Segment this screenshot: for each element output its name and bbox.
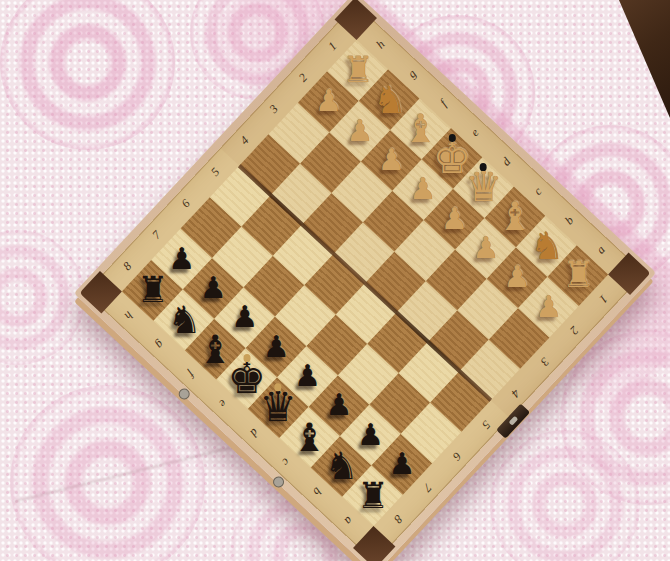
black-rook-glyph: ♜ xyxy=(136,272,168,308)
white-knight-glyph: ♞ xyxy=(372,81,406,119)
rank-label-6-near-edge: 6 xyxy=(449,449,464,464)
rank-label-7-far-edge: 7 xyxy=(149,228,164,243)
black-bishop-glyph: ♝ xyxy=(292,418,327,457)
white-pawn-glyph: ♟ xyxy=(535,292,562,322)
rank-label-4-far-edge: 4 xyxy=(237,134,252,149)
rank-label-5-near-edge: 5 xyxy=(478,418,493,433)
black-pawn-glyph: ♟ xyxy=(325,391,352,421)
photo-of-chess-set: ♜♞♝♛♚♝♞♜♟♟♟♟♟♟♟♟♟♟♟♟♟♟♟♟♜♞♝♛♚♝♞♜ aabbccd… xyxy=(0,0,670,561)
rank-label-5-far-edge: 5 xyxy=(208,165,223,180)
black-knight-glyph: ♞ xyxy=(167,301,201,339)
file-label-h-black-side: h xyxy=(121,308,136,323)
rank-label-8-near-edge: 8 xyxy=(390,512,405,527)
white-pawn-glyph: ♟ xyxy=(315,87,342,117)
black-pawn-glyph: ♟ xyxy=(357,420,384,450)
white-knight-glyph: ♞ xyxy=(529,227,563,265)
white-pawn-glyph: ♟ xyxy=(409,175,436,205)
rank-label-2-near-edge: 2 xyxy=(566,323,581,338)
white-pawn-glyph: ♟ xyxy=(503,263,530,293)
rank-label-6-far-edge: 6 xyxy=(178,197,193,212)
file-label-a-black-side: a xyxy=(341,514,356,529)
white-rook-glyph: ♜ xyxy=(562,258,594,294)
file-label-b-black-side: b xyxy=(310,484,325,499)
black-pawn-glyph: ♟ xyxy=(388,449,415,479)
black-pawn-glyph: ♟ xyxy=(231,303,258,333)
file-label-f-white-side: f xyxy=(437,97,450,110)
rank-label-8-far-edge: 8 xyxy=(120,260,135,275)
white-pawn-glyph: ♟ xyxy=(441,204,468,234)
black-pawn-glyph: ♟ xyxy=(294,361,321,391)
rank-label-1-near-edge: 1 xyxy=(595,292,610,307)
white-rook-glyph: ♜ xyxy=(341,52,373,88)
rank-label-3-far-edge: 3 xyxy=(266,102,281,117)
white-bishop-glyph: ♝ xyxy=(497,197,532,236)
file-label-f-black-side: f xyxy=(185,368,198,381)
black-pawn-glyph: ♟ xyxy=(263,332,290,362)
rank-label-1-far-edge: 1 xyxy=(325,39,340,54)
black-pawn-glyph: ♟ xyxy=(168,244,195,274)
rank-label-2-far-edge: 2 xyxy=(295,71,310,86)
rank-label-4-near-edge: 4 xyxy=(507,386,522,401)
white-pawn-glyph: ♟ xyxy=(378,145,405,175)
black-pawn-glyph: ♟ xyxy=(200,273,227,303)
black-rook-glyph: ♜ xyxy=(356,478,388,514)
rank-label-7-near-edge: 7 xyxy=(419,480,434,495)
white-pawn-glyph: ♟ xyxy=(346,116,373,146)
black-knight-glyph: ♞ xyxy=(324,447,358,485)
file-label-a-white-side: a xyxy=(594,243,609,258)
file-label-c-white-side: c xyxy=(531,185,546,199)
file-label-g-white-side: g xyxy=(405,67,420,82)
white-pawn-glyph: ♟ xyxy=(472,233,499,263)
rank-label-3-near-edge: 3 xyxy=(537,355,552,370)
file-label-g-black-side: g xyxy=(153,338,168,353)
file-label-b-white-side: b xyxy=(562,214,577,229)
file-label-h-white-side: h xyxy=(374,38,389,53)
